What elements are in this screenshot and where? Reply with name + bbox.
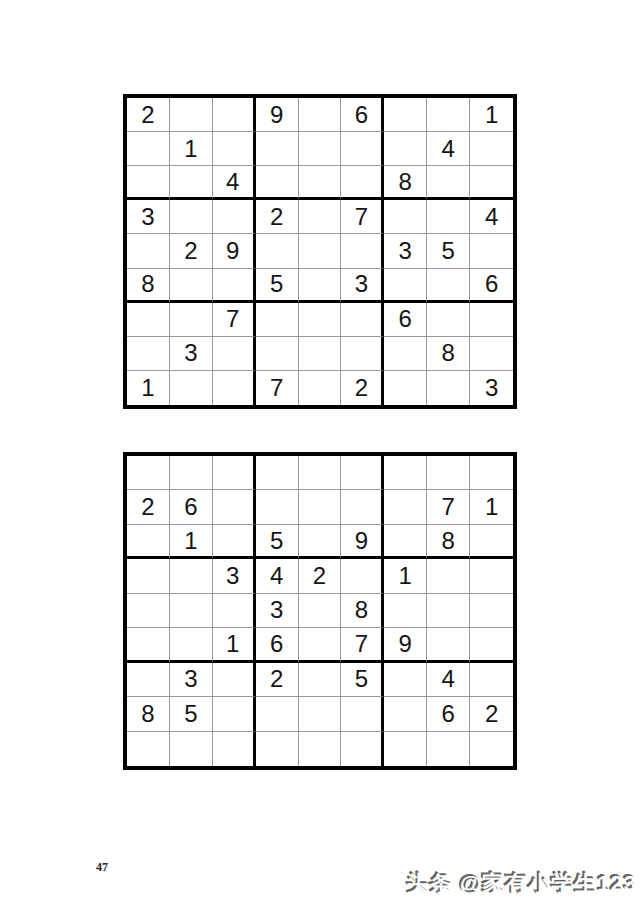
puzzle-2-cell-r4c1 (127, 559, 170, 593)
puzzle-2-cell-r3c3 (213, 525, 256, 559)
puzzle-1-cell-r6c9: 6 (470, 269, 513, 303)
puzzle-1-cell-r2c4 (256, 132, 299, 166)
puzzle-1-cell-r5c2: 2 (170, 234, 213, 268)
puzzle-2-cell-r3c5 (299, 525, 342, 559)
puzzle-1-cell-r9c6: 2 (341, 371, 384, 405)
puzzle-1-cell-r1c6: 6 (341, 98, 384, 132)
puzzle-1-cell-r9c3 (213, 371, 256, 405)
puzzle-2-cell-r6c4: 6 (256, 628, 299, 662)
puzzle-1-cell-r5c3: 9 (213, 234, 256, 268)
puzzle-1-cell-r8c6 (341, 337, 384, 371)
puzzle-2-cell-r8c7 (384, 697, 427, 731)
puzzle-2-cell-r9c3 (213, 732, 256, 766)
puzzle-2-cell-r2c8: 7 (427, 490, 470, 524)
puzzle-2-cell-r3c8: 8 (427, 525, 470, 559)
puzzle-2-cell-r6c9 (470, 628, 513, 662)
puzzle-1-cell-r9c9: 3 (470, 371, 513, 405)
puzzle-2-cell-r2c2: 6 (170, 490, 213, 524)
puzzle-1-cell-r1c2 (170, 98, 213, 132)
sudoku-grid-1: 2961144832742935853676381723 (123, 94, 517, 409)
puzzle-2-cell-r9c2 (170, 732, 213, 766)
puzzle-1-cell-r1c1: 2 (127, 98, 170, 132)
puzzle-1-cell-r3c8 (427, 166, 470, 200)
puzzle-2-cell-r3c6: 9 (341, 525, 384, 559)
puzzle-2-cell-r3c7 (384, 525, 427, 559)
puzzle-1-cell-r1c9: 1 (470, 98, 513, 132)
puzzle-2-cell-r9c4 (256, 732, 299, 766)
puzzle-1-cell-r7c5 (299, 303, 342, 337)
puzzle-2-cell-r9c5 (299, 732, 342, 766)
puzzle-1-cell-r2c2: 1 (170, 132, 213, 166)
puzzle-1-cell-r6c2 (170, 269, 213, 303)
puzzle-1-cell-r5c6 (341, 234, 384, 268)
puzzle-1-cell-r1c4: 9 (256, 98, 299, 132)
puzzle-1-cell-r5c9 (470, 234, 513, 268)
puzzle-2-cell-r8c3 (213, 697, 256, 731)
puzzle-1-cell-r3c1 (127, 166, 170, 200)
puzzle-2-cell-r8c8: 6 (427, 697, 470, 731)
puzzle-1-cell-r3c6 (341, 166, 384, 200)
puzzle-2-cell-r4c3: 3 (213, 559, 256, 593)
puzzle-2-cell-r4c8 (427, 559, 470, 593)
puzzle-1-cell-r7c1 (127, 303, 170, 337)
puzzle-1-cell-r2c6 (341, 132, 384, 166)
puzzle-2-cell-r4c2 (170, 559, 213, 593)
puzzle-1-cell-r4c3 (213, 200, 256, 234)
puzzle-2-cell-r1c1 (127, 456, 170, 490)
puzzle-1-cell-r3c2 (170, 166, 213, 200)
puzzle-1-cell-r1c3 (213, 98, 256, 132)
puzzle-2-cell-r6c6: 7 (341, 628, 384, 662)
puzzle-2-cell-r5c6: 8 (341, 594, 384, 628)
puzzle-2-cell-r2c9: 1 (470, 490, 513, 524)
puzzle-2-cell-r7c4: 2 (256, 663, 299, 697)
puzzle-2-cell-r1c2 (170, 456, 213, 490)
puzzle-1-cell-r4c5 (299, 200, 342, 234)
puzzle-2-cell-r6c7: 9 (384, 628, 427, 662)
puzzle-1-cell-r9c4: 7 (256, 371, 299, 405)
puzzle-1-cell-r2c7 (384, 132, 427, 166)
puzzle-2-cell-r7c8: 4 (427, 663, 470, 697)
puzzle-2-cell-r5c5 (299, 594, 342, 628)
puzzle-2-cell-r6c8 (427, 628, 470, 662)
puzzle-1-cell-r6c4: 5 (256, 269, 299, 303)
puzzle-2-cell-r4c7: 1 (384, 559, 427, 593)
puzzle-1-cell-r7c7: 6 (384, 303, 427, 337)
puzzle-1-cell-r6c8 (427, 269, 470, 303)
puzzle-1-cell-r8c4 (256, 337, 299, 371)
puzzle-1-cell-r3c4 (256, 166, 299, 200)
puzzle-1-cell-r1c8 (427, 98, 470, 132)
puzzle-2-cell-r5c4: 3 (256, 594, 299, 628)
puzzle-2-cell-r4c9 (470, 559, 513, 593)
puzzle-2-cell-r5c8 (427, 594, 470, 628)
puzzle-1-cell-r9c2 (170, 371, 213, 405)
puzzle-2-cell-r1c3 (213, 456, 256, 490)
puzzle-2-cell-r7c6: 5 (341, 663, 384, 697)
puzzle-2-cell-r6c5 (299, 628, 342, 662)
puzzle-2-cell-r7c1 (127, 663, 170, 697)
puzzle-1-cell-r7c6 (341, 303, 384, 337)
puzzle-1-cell-r1c5 (299, 98, 342, 132)
puzzle-2-cell-r5c1 (127, 594, 170, 628)
puzzle-2-cell-r6c1 (127, 628, 170, 662)
puzzle-2-cell-r7c2: 3 (170, 663, 213, 697)
puzzle-1-cell-r3c9 (470, 166, 513, 200)
puzzle-1-cell-r4c6: 7 (341, 200, 384, 234)
puzzle-1-cell-r8c1 (127, 337, 170, 371)
puzzle-1-cell-r8c7 (384, 337, 427, 371)
puzzle-2-cell-r5c7 (384, 594, 427, 628)
puzzle-1-cell-r4c9: 4 (470, 200, 513, 234)
puzzle-1-cell-r5c4 (256, 234, 299, 268)
puzzle-2-cell-r7c5 (299, 663, 342, 697)
puzzle-1-cell-r4c4: 2 (256, 200, 299, 234)
puzzle-2-cell-r6c2 (170, 628, 213, 662)
puzzle-2-cell-r1c5 (299, 456, 342, 490)
puzzle-1-cell-r7c2 (170, 303, 213, 337)
puzzle-1-cell-r3c7: 8 (384, 166, 427, 200)
worksheet-page: 2961144832742935853676381723 26711598342… (0, 0, 640, 906)
puzzle-2-cell-r8c6 (341, 697, 384, 731)
puzzle-2-cell-r7c7 (384, 663, 427, 697)
puzzle-1-cell-r7c8 (427, 303, 470, 337)
puzzle-2-cell-r2c5 (299, 490, 342, 524)
puzzle-2-cell-r1c6 (341, 456, 384, 490)
puzzle-2-cell-r9c9 (470, 732, 513, 766)
puzzle-2-cell-r8c5 (299, 697, 342, 731)
puzzle-2-cell-r4c5: 2 (299, 559, 342, 593)
puzzle-2-cell-r1c4 (256, 456, 299, 490)
puzzle-2-cell-r8c9: 2 (470, 697, 513, 731)
puzzle-1-cell-r4c7 (384, 200, 427, 234)
puzzle-1-cell-r5c8: 5 (427, 234, 470, 268)
puzzle-2-cell-r9c7 (384, 732, 427, 766)
puzzle-2-cell-r5c9 (470, 594, 513, 628)
puzzle-1-cell-r5c7: 3 (384, 234, 427, 268)
puzzle-1-cell-r9c1: 1 (127, 371, 170, 405)
puzzle-1-cell-r6c7 (384, 269, 427, 303)
puzzle-1-cell-r8c5 (299, 337, 342, 371)
puzzle-1-cell-r8c3 (213, 337, 256, 371)
puzzle-1-cell-r6c1: 8 (127, 269, 170, 303)
puzzle-1-cell-r3c3: 4 (213, 166, 256, 200)
puzzle-2-cell-r7c9 (470, 663, 513, 697)
sudoku-grid-2: 26711598342138167932548562 (123, 452, 517, 770)
puzzle-2-cell-r3c1 (127, 525, 170, 559)
puzzle-2-cell-r3c4: 5 (256, 525, 299, 559)
puzzle-1-cell-r4c2 (170, 200, 213, 234)
puzzle-2-cell-r2c4 (256, 490, 299, 524)
puzzle-1-cell-r5c5 (299, 234, 342, 268)
puzzle-1-cell-r2c5 (299, 132, 342, 166)
puzzle-2-cell-r2c3 (213, 490, 256, 524)
puzzle-2-cell-r2c6 (341, 490, 384, 524)
puzzle-1-cell-r4c1: 3 (127, 200, 170, 234)
puzzle-2-cell-r5c2 (170, 594, 213, 628)
puzzle-2-cell-r3c2: 1 (170, 525, 213, 559)
puzzle-1-cell-r8c8: 8 (427, 337, 470, 371)
puzzle-2-cell-r8c2: 5 (170, 697, 213, 731)
puzzle-1-cell-r2c8: 4 (427, 132, 470, 166)
puzzle-2-cell-r3c9 (470, 525, 513, 559)
puzzle-1-cell-r5c1 (127, 234, 170, 268)
puzzle-2-cell-r1c8 (427, 456, 470, 490)
puzzle-2-cell-r2c1: 2 (127, 490, 170, 524)
puzzle-1-cell-r1c7 (384, 98, 427, 132)
puzzle-1-cell-r2c3 (213, 132, 256, 166)
watermark: 头条 @家有小学生123 (407, 869, 637, 899)
puzzle-2-cell-r4c6 (341, 559, 384, 593)
puzzle-1-cell-r7c4 (256, 303, 299, 337)
puzzle-2-cell-r2c7 (384, 490, 427, 524)
puzzle-2-cell-r8c4 (256, 697, 299, 731)
puzzle-1-cell-r9c5 (299, 371, 342, 405)
puzzle-1-cell-r3c5 (299, 166, 342, 200)
puzzle-1-cell-r9c7 (384, 371, 427, 405)
puzzle-2-cell-r4c4: 4 (256, 559, 299, 593)
puzzle-1-cell-r6c5 (299, 269, 342, 303)
puzzle-1-cell-r7c3: 7 (213, 303, 256, 337)
puzzle-2-cell-r7c3 (213, 663, 256, 697)
puzzle-2-cell-r9c8 (427, 732, 470, 766)
puzzle-2-cell-r9c6 (341, 732, 384, 766)
puzzle-1-cell-r8c9 (470, 337, 513, 371)
puzzle-1-cell-r8c2: 3 (170, 337, 213, 371)
puzzle-2-cell-r1c7 (384, 456, 427, 490)
puzzle-2-cell-r5c3 (213, 594, 256, 628)
puzzle-1-cell-r2c9 (470, 132, 513, 166)
puzzle-1-cell-r6c6: 3 (341, 269, 384, 303)
puzzle-1-cell-r9c8 (427, 371, 470, 405)
puzzle-2-cell-r9c1 (127, 732, 170, 766)
puzzle-1-cell-r6c3 (213, 269, 256, 303)
puzzle-1-cell-r7c9 (470, 303, 513, 337)
puzzle-1-cell-r4c8 (427, 200, 470, 234)
puzzle-2-cell-r8c1: 8 (127, 697, 170, 731)
puzzle-2-cell-r1c9 (470, 456, 513, 490)
puzzle-1-cell-r2c1 (127, 132, 170, 166)
puzzle-2-cell-r6c3: 1 (213, 628, 256, 662)
page-number: 47 (96, 860, 108, 875)
